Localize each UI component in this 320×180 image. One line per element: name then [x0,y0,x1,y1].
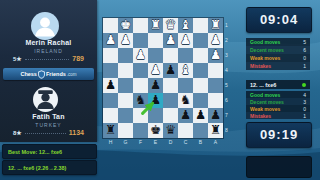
last-move-header: 12. ... fxe6 [246,80,310,89]
player-rating-bottom: 1134 [69,129,84,136]
clock-top: 09:04 [246,7,312,33]
rank-label: 7 [225,108,228,123]
square-h2[interactable]: ♟ [103,33,118,48]
player-country-top: IRELAND [0,48,97,54]
black-knight: ♞ [133,93,148,108]
square-b1[interactable] [193,18,208,33]
square-b7[interactable]: ♟ [193,108,208,123]
black-pawn: ♟ [163,63,178,78]
square-e6[interactable]: ♟ [148,93,163,108]
square-b3[interactable] [193,48,208,63]
star-rating-bottom: 8★ [13,129,22,136]
square-e1[interactable]: ♜ [148,18,163,33]
square-d2[interactable]: ♟ [163,33,178,48]
stat-row-weak: Weak moves 0 [246,54,310,62]
square-a5[interactable] [208,78,223,93]
square-f1[interactable] [133,18,148,33]
clock-bottom: 09:19 [246,122,312,148]
stat-value: 6 [303,47,306,53]
last-move-text: 12. ... fxe6 [250,82,276,88]
white-pawn: ♟ [208,33,223,48]
square-a3[interactable]: ♟ [208,48,223,63]
stat-row-weak: Weak moves 0 [246,105,310,112]
white-queen: ♛ [163,18,178,33]
logo-text-right: Friends [46,71,66,77]
square-c4[interactable]: ♝ [178,63,193,78]
player-rating-row-bottom: 8★ 1134 [13,129,84,136]
square-h6[interactable] [103,93,118,108]
square-g2[interactable]: ♟ [118,33,133,48]
white-rook: ♜ [208,18,223,33]
rank-label: 8 [225,123,228,138]
file-label: C [178,139,193,145]
square-b2[interactable] [193,33,208,48]
square-c7[interactable]: ♟ [178,108,193,123]
white-king: ♚ [118,18,133,33]
square-g1[interactable]: ♚ [118,18,133,33]
avatar-top-player [31,12,59,40]
graduate-person-icon [33,87,58,112]
stat-label: Mistakes [250,63,271,69]
white-rook: ♜ [148,18,163,33]
square-f4[interactable] [133,63,148,78]
square-a2[interactable]: ♟ [208,33,223,48]
file-label: E [148,139,163,145]
stat-row-good: Good moves 5 [246,38,310,46]
square-c5[interactable] [178,78,193,93]
square-e3[interactable] [148,48,163,63]
stat-label: Good moves [250,92,280,98]
stat-label: Decent moves [250,99,284,105]
black-pawn: ♟ [178,108,193,123]
white-pawn: ♟ [178,33,193,48]
stat-value: 0 [303,55,306,61]
square-a4[interactable] [208,63,223,78]
avatar-bottom-player [33,87,58,112]
square-h5[interactable]: ♟ [103,78,118,93]
eval-box: 12. ... fxe6 (2.26→2.38) [2,160,97,175]
white-pawn: ♟ [148,63,163,78]
move-stats-top: Good moves 5 Decent moves 6 Weak moves 0… [246,38,310,70]
square-h3[interactable] [103,48,118,63]
stat-row-mistakes: Mistakes 1 [246,112,310,119]
rank-labels: 12345678 [225,18,228,138]
square-d7[interactable] [163,108,178,123]
square-d5[interactable] [163,78,178,93]
stat-label: Mistakes [250,113,271,119]
square-g3[interactable] [118,48,133,63]
rank-label: 6 [225,93,228,108]
rank-label: 2 [225,33,228,48]
stat-row-good: Good moves 4 [246,91,310,98]
white-bishop: ♝ [178,18,193,33]
board-grid: ♚♜♛♝♜♟♟♟♟♟♟♟♟♟♝♟♟♞♟♞♟♟♟♜♚♛♜ [103,18,223,138]
square-c6[interactable]: ♞ [178,93,193,108]
stat-label: Weak moves [250,55,280,61]
player-rating-row-top: 5★ 789 [13,55,84,62]
black-queen: ♛ [163,123,178,138]
rank-label: 3 [225,48,228,63]
file-label: F [133,139,148,145]
file-label: B [193,139,208,145]
square-d6[interactable] [163,93,178,108]
file-label: G [118,139,133,145]
square-g6[interactable] [118,93,133,108]
square-g8[interactable] [118,123,133,138]
stat-row-decent: Decent moves 3 [246,98,310,105]
stat-label: Weak moves [250,106,280,112]
square-e7[interactable] [148,108,163,123]
player-rating-top: 789 [72,55,84,62]
stat-value: 0 [303,106,306,112]
best-move-text: Best Move: 12... fxe6 [3,149,62,155]
file-label: A [208,139,223,145]
rank-label: 4 [225,63,228,78]
file-label: H [103,139,118,145]
square-a8[interactable]: ♜ [208,123,223,138]
white-pawn: ♟ [163,33,178,48]
square-e5[interactable]: ♟ [148,78,163,93]
square-f3[interactable]: ♟ [133,48,148,63]
logo-suffix: .com [67,72,77,77]
stat-value: 3 [303,99,306,105]
move-quality-dot [302,83,306,87]
square-h7[interactable] [103,108,118,123]
stat-label: Good moves [250,39,280,45]
square-f7[interactable] [133,108,148,123]
stat-value: 4 [303,92,306,98]
analysis-placeholder-box [246,156,312,178]
square-e4[interactable]: ♟ [148,63,163,78]
stat-value: 1 [303,63,306,69]
white-pawn: ♟ [118,33,133,48]
black-pawn: ♟ [103,78,118,93]
black-king: ♚ [148,123,163,138]
stat-value: 1 [303,113,306,119]
square-b5[interactable] [193,78,208,93]
player-name-bottom: Fatih Tan [0,113,97,120]
square-g4[interactable] [118,63,133,78]
player-name-top: Merin Rachal [0,39,97,46]
site-logo: Chess Friends .com [3,68,94,80]
stat-row-mistakes: Mistakes 1 [246,62,310,70]
square-c1[interactable]: ♝ [178,18,193,33]
file-labels: HGFEDCBA [103,139,223,145]
stat-label: Decent moves [250,47,284,53]
square-f2[interactable] [133,33,148,48]
move-stats-bottom: Good moves 4 Decent moves 3 Weak moves 0… [246,91,310,119]
black-rook: ♜ [103,123,118,138]
square-a6[interactable] [208,93,223,108]
shield-icon [38,70,45,79]
eval-text: 12. ... fxe6 (2.26→2.38) [3,165,66,171]
square-h4[interactable] [103,63,118,78]
white-bishop: ♝ [178,63,193,78]
black-rook: ♜ [208,123,223,138]
players-panel: Merin Rachal IRELAND 5★ 789 Chess Friend… [0,0,97,142]
square-a1[interactable]: ♜ [208,18,223,33]
chessboard: ♚♜♛♝♜♟♟♟♟♟♟♟♟♟♝♟♟♞♟♞♟♟♟♜♚♛♜ HGFEDCBA 123… [103,18,223,138]
square-f6[interactable]: ♞ [133,93,148,108]
square-g5[interactable] [118,78,133,93]
square-a7[interactable]: ♟ [208,108,223,123]
square-d1[interactable]: ♛ [163,18,178,33]
square-h8[interactable]: ♜ [103,123,118,138]
square-c3[interactable] [178,48,193,63]
square-d4[interactable]: ♟ [163,63,178,78]
square-d3[interactable] [163,48,178,63]
stat-value: 5 [303,39,306,45]
file-label: D [163,139,178,145]
star-rating-top: 5★ [13,55,22,62]
square-h1[interactable] [103,18,118,33]
white-pawn: ♟ [208,48,223,63]
white-pawn: ♟ [133,48,148,63]
square-f8[interactable] [133,123,148,138]
square-b4[interactable] [193,63,208,78]
logo-text-left: Chess [20,71,37,77]
rank-label: 5 [225,78,228,93]
square-b8[interactable] [193,123,208,138]
square-e2[interactable] [148,33,163,48]
square-d8[interactable]: ♛ [163,123,178,138]
black-pawn: ♟ [148,93,163,108]
dotted-divider [25,59,70,60]
best-move-box: Best Move: 12... fxe6 [2,144,97,159]
black-pawn: ♟ [148,78,163,93]
stat-row-decent: Decent moves 6 [246,46,310,54]
square-c2[interactable]: ♟ [178,33,193,48]
rank-label: 1 [225,18,228,33]
black-pawn: ♟ [193,108,208,123]
black-pawn: ♟ [208,108,223,123]
dotted-divider [25,133,66,134]
square-e8[interactable]: ♚ [148,123,163,138]
player-country-bottom: TURKEY [0,122,97,128]
person-icon [31,12,59,40]
square-b6[interactable] [193,93,208,108]
square-c8[interactable] [178,123,193,138]
square-f5[interactable] [133,78,148,93]
white-pawn: ♟ [103,33,118,48]
square-g7[interactable] [118,108,133,123]
app-window: Merin Rachal IRELAND 5★ 789 Chess Friend… [0,0,320,180]
black-knight: ♞ [178,93,193,108]
